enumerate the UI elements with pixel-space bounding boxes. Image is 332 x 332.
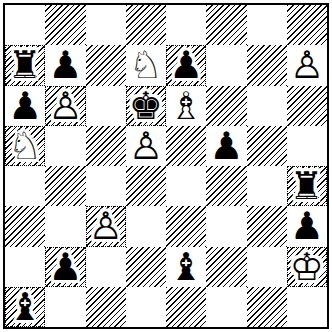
square-e3[interactable] <box>166 206 206 246</box>
black-pawn: ♟ <box>206 126 246 166</box>
chess-diagram: ♜♜♟♟♞♘♟♟♟♙♟♟♟♙♚♚♝♗♞♘♟♙♟♟♜♜♟♙♟♟♟♟♝♝♚♔♝♝ <box>0 0 332 332</box>
square-h4[interactable]: ♜♜ <box>287 166 327 206</box>
square-e1[interactable] <box>166 287 206 327</box>
square-e8[interactable] <box>166 5 206 45</box>
square-f3[interactable] <box>206 206 246 246</box>
square-g7[interactable] <box>247 45 287 85</box>
white-pawn: ♙ <box>126 126 166 166</box>
square-e7[interactable]: ♟♟ <box>166 45 206 85</box>
black-bishop: ♝ <box>166 247 206 287</box>
black-pawn: ♟ <box>45 247 85 287</box>
square-g3[interactable] <box>247 206 287 246</box>
square-h1[interactable] <box>287 287 327 327</box>
square-d3[interactable] <box>126 206 166 246</box>
square-b8[interactable] <box>45 5 85 45</box>
square-b4[interactable] <box>45 166 85 206</box>
square-h6[interactable] <box>287 86 327 126</box>
square-a7[interactable]: ♜♜ <box>5 45 45 85</box>
square-d5[interactable]: ♟♙ <box>126 126 166 166</box>
square-a3[interactable] <box>5 206 45 246</box>
white-pawn: ♙ <box>86 206 126 246</box>
square-d1[interactable] <box>126 287 166 327</box>
square-a1[interactable]: ♝♝ <box>5 287 45 327</box>
square-d7[interactable]: ♞♘ <box>126 45 166 85</box>
white-pawn: ♙ <box>45 86 85 126</box>
square-a4[interactable] <box>5 166 45 206</box>
white-pawn: ♙ <box>287 45 327 85</box>
square-c8[interactable] <box>86 5 126 45</box>
square-c5[interactable] <box>86 126 126 166</box>
square-f7[interactable] <box>206 45 246 85</box>
square-h7[interactable]: ♟♙ <box>287 45 327 85</box>
square-g4[interactable] <box>247 166 287 206</box>
black-pawn: ♟ <box>45 45 85 85</box>
black-pawn: ♟ <box>166 45 206 85</box>
square-b7[interactable]: ♟♟ <box>45 45 85 85</box>
square-f6[interactable] <box>206 86 246 126</box>
square-e4[interactable] <box>166 166 206 206</box>
black-rook: ♜ <box>287 166 327 206</box>
square-h5[interactable] <box>287 126 327 166</box>
square-c4[interactable] <box>86 166 126 206</box>
square-d6[interactable]: ♚♚ <box>126 86 166 126</box>
square-b1[interactable] <box>45 287 85 327</box>
square-d8[interactable] <box>126 5 166 45</box>
white-knight: ♘ <box>126 45 166 85</box>
square-e5[interactable] <box>166 126 206 166</box>
square-a2[interactable] <box>5 247 45 287</box>
board-frame: ♜♜♟♟♞♘♟♟♟♙♟♟♟♙♚♚♝♗♞♘♟♙♟♟♜♜♟♙♟♟♟♟♝♝♚♔♝♝ <box>3 3 329 329</box>
square-d2[interactable] <box>126 247 166 287</box>
black-pawn: ♟ <box>287 206 327 246</box>
black-pawn: ♟ <box>5 86 45 126</box>
square-g5[interactable] <box>247 126 287 166</box>
black-rook: ♜ <box>5 45 45 85</box>
square-h2[interactable]: ♚♔ <box>287 247 327 287</box>
black-king: ♚ <box>126 86 166 126</box>
chess-board: ♜♜♟♟♞♘♟♟♟♙♟♟♟♙♚♚♝♗♞♘♟♙♟♟♜♜♟♙♟♟♟♟♝♝♚♔♝♝ <box>5 5 327 327</box>
square-a6[interactable]: ♟♟ <box>5 86 45 126</box>
square-c6[interactable] <box>86 86 126 126</box>
square-f1[interactable] <box>206 287 246 327</box>
square-b5[interactable] <box>45 126 85 166</box>
white-bishop: ♗ <box>166 86 206 126</box>
square-b6[interactable]: ♟♙ <box>45 86 85 126</box>
square-g2[interactable] <box>247 247 287 287</box>
square-e2[interactable]: ♝♝ <box>166 247 206 287</box>
square-e6[interactable]: ♝♗ <box>166 86 206 126</box>
square-d4[interactable] <box>126 166 166 206</box>
square-f2[interactable] <box>206 247 246 287</box>
white-knight: ♘ <box>5 126 45 166</box>
square-b3[interactable] <box>45 206 85 246</box>
square-a8[interactable] <box>5 5 45 45</box>
square-f5[interactable]: ♟♟ <box>206 126 246 166</box>
square-c2[interactable] <box>86 247 126 287</box>
square-b2[interactable]: ♟♟ <box>45 247 85 287</box>
square-g6[interactable] <box>247 86 287 126</box>
square-a5[interactable]: ♞♘ <box>5 126 45 166</box>
square-c7[interactable] <box>86 45 126 85</box>
square-f4[interactable] <box>206 166 246 206</box>
square-c1[interactable] <box>86 287 126 327</box>
square-g8[interactable] <box>247 5 287 45</box>
black-bishop: ♝ <box>5 287 45 327</box>
square-h8[interactable] <box>287 5 327 45</box>
square-h3[interactable]: ♟♟ <box>287 206 327 246</box>
square-c3[interactable]: ♟♙ <box>86 206 126 246</box>
square-f8[interactable] <box>206 5 246 45</box>
square-g1[interactable] <box>247 287 287 327</box>
white-king: ♔ <box>287 247 327 287</box>
